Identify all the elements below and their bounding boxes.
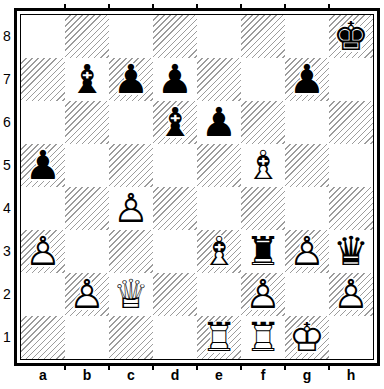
square-b8 [65, 15, 109, 58]
rank-label-6: 6 [0, 101, 14, 144]
rank-label-8: 8 [0, 15, 14, 58]
square-c7: ♟♟ [109, 58, 153, 101]
white-rook: ♜♖ [241, 316, 285, 359]
square-b2: ♟♙ [65, 273, 109, 316]
piece-glyph: ♙ [285, 230, 329, 273]
piece-glyph: ♔ [285, 316, 329, 359]
border-tick-top [196, 4, 198, 8]
piece-glyph: ♛ [329, 230, 373, 273]
square-a8 [21, 15, 65, 58]
white-pawn: ♟♙ [109, 187, 153, 230]
white-bishop: ♝♗ [197, 230, 241, 273]
piece-glyph: ♝ [153, 101, 197, 144]
square-f8 [241, 15, 285, 58]
square-e1: ♜♖ [197, 316, 241, 359]
square-d5 [153, 144, 197, 187]
square-f3: ♜♜ [241, 230, 285, 273]
square-c8 [109, 15, 153, 58]
square-h2: ♟♙ [329, 273, 373, 316]
square-g4 [285, 187, 329, 230]
file-label-f: f [241, 366, 285, 386]
border-tick-top [152, 4, 154, 8]
piece-glyph: ♜ [241, 230, 285, 273]
square-a1 [21, 316, 65, 359]
black-pawn: ♟♟ [153, 58, 197, 101]
black-queen: ♛♛ [329, 230, 373, 273]
white-queen: ♛♕ [109, 273, 153, 316]
border-tick-top [240, 4, 242, 8]
square-d2 [153, 273, 197, 316]
rank-label-5: 5 [0, 144, 14, 187]
board-frame: ♚♚♝♝♟♟♟♟♟♟♝♝♟♟♟♟♝♗♟♙♟♙♝♗♜♜♟♙♛♛♟♙♛♕♟♙♟♙♜♖… [14, 8, 380, 366]
square-c1 [109, 316, 153, 359]
square-b3 [65, 230, 109, 273]
square-e2 [197, 273, 241, 316]
piece-glyph: ♚ [329, 15, 373, 58]
black-pawn: ♟♟ [21, 144, 65, 187]
piece-glyph: ♟ [197, 101, 241, 144]
square-b7: ♝♝ [65, 58, 109, 101]
chess-board: ♚♚♝♝♟♟♟♟♟♟♝♝♟♟♟♟♝♗♟♙♟♙♝♗♜♜♟♙♛♛♟♙♛♕♟♙♟♙♜♖… [21, 15, 373, 359]
white-pawn: ♟♙ [285, 230, 329, 273]
white-pawn: ♟♙ [65, 273, 109, 316]
square-d6: ♝♝ [153, 101, 197, 144]
square-d4 [153, 187, 197, 230]
square-c3 [109, 230, 153, 273]
square-a4 [21, 187, 65, 230]
piece-glyph: ♖ [241, 316, 285, 359]
square-h7 [329, 58, 373, 101]
white-pawn: ♟♙ [21, 230, 65, 273]
piece-glyph: ♟ [109, 58, 153, 101]
white-bishop: ♝♗ [241, 144, 285, 187]
square-a5: ♟♟ [21, 144, 65, 187]
rank-label-3: 3 [0, 230, 14, 273]
white-pawn: ♟♙ [241, 273, 285, 316]
black-pawn: ♟♟ [109, 58, 153, 101]
file-label-e: e [197, 366, 241, 386]
square-b4 [65, 187, 109, 230]
white-king: ♚♔ [285, 316, 329, 359]
square-a6 [21, 101, 65, 144]
square-g7: ♟♟ [285, 58, 329, 101]
chess-diagram: 87654321 ♚♚♝♝♟♟♟♟♟♟♝♝♟♟♟♟♝♗♟♙♟♙♝♗♜♜♟♙♛♛♟… [0, 0, 384, 389]
piece-glyph: ♖ [197, 316, 241, 359]
piece-glyph: ♕ [109, 273, 153, 316]
file-label-c: c [109, 366, 153, 386]
square-e4 [197, 187, 241, 230]
border-tick-top [284, 4, 286, 8]
piece-glyph: ♙ [241, 273, 285, 316]
white-pawn: ♟♙ [329, 273, 373, 316]
square-a7 [21, 58, 65, 101]
rank-label-2: 2 [0, 273, 14, 316]
square-h8: ♚♚ [329, 15, 373, 58]
square-f4 [241, 187, 285, 230]
border-tick-top [108, 4, 110, 8]
black-pawn: ♟♟ [285, 58, 329, 101]
rank-label-7: 7 [0, 58, 14, 101]
border-tick-top [64, 4, 66, 8]
rank-label-4: 4 [0, 187, 14, 230]
white-rook: ♜♖ [197, 316, 241, 359]
square-g5 [285, 144, 329, 187]
square-f1: ♜♖ [241, 316, 285, 359]
square-g3: ♟♙ [285, 230, 329, 273]
square-b6 [65, 101, 109, 144]
black-king: ♚♚ [329, 15, 373, 58]
border-tick-top [328, 4, 330, 8]
square-h6 [329, 101, 373, 144]
square-e8 [197, 15, 241, 58]
square-f2: ♟♙ [241, 273, 285, 316]
file-label-b: b [65, 366, 109, 386]
piece-glyph: ♙ [109, 187, 153, 230]
piece-glyph: ♝ [65, 58, 109, 101]
square-d1 [153, 316, 197, 359]
black-pawn: ♟♟ [197, 101, 241, 144]
file-label-d: d [153, 366, 197, 386]
piece-glyph: ♙ [329, 273, 373, 316]
square-d3 [153, 230, 197, 273]
square-c4: ♟♙ [109, 187, 153, 230]
square-e7 [197, 58, 241, 101]
square-b1 [65, 316, 109, 359]
piece-glyph: ♟ [21, 144, 65, 187]
square-h4 [329, 187, 373, 230]
square-g1: ♚♔ [285, 316, 329, 359]
file-labels: abcdefgh [21, 366, 373, 386]
black-bishop: ♝♝ [65, 58, 109, 101]
square-b5 [65, 144, 109, 187]
square-e5 [197, 144, 241, 187]
board-inner-frame: ♚♚♝♝♟♟♟♟♟♟♝♝♟♟♟♟♝♗♟♙♟♙♝♗♜♜♟♙♛♛♟♙♛♕♟♙♟♙♜♖… [20, 14, 374, 360]
file-label-g: g [285, 366, 329, 386]
piece-glyph: ♗ [241, 144, 285, 187]
square-c2: ♛♕ [109, 273, 153, 316]
square-a2 [21, 273, 65, 316]
square-h1 [329, 316, 373, 359]
square-g6 [285, 101, 329, 144]
square-d7: ♟♟ [153, 58, 197, 101]
square-c5 [109, 144, 153, 187]
square-g8 [285, 15, 329, 58]
square-g2 [285, 273, 329, 316]
square-a3: ♟♙ [21, 230, 65, 273]
black-rook: ♜♜ [241, 230, 285, 273]
piece-glyph: ♟ [153, 58, 197, 101]
square-e3: ♝♗ [197, 230, 241, 273]
piece-glyph: ♙ [21, 230, 65, 273]
rank-label-1: 1 [0, 316, 14, 359]
square-c6 [109, 101, 153, 144]
square-f7 [241, 58, 285, 101]
black-bishop: ♝♝ [153, 101, 197, 144]
square-f6 [241, 101, 285, 144]
piece-glyph: ♙ [65, 273, 109, 316]
file-label-a: a [21, 366, 65, 386]
square-h5 [329, 144, 373, 187]
square-f5: ♝♗ [241, 144, 285, 187]
square-d8 [153, 15, 197, 58]
piece-glyph: ♟ [285, 58, 329, 101]
square-e6: ♟♟ [197, 101, 241, 144]
square-h3: ♛♛ [329, 230, 373, 273]
piece-glyph: ♗ [197, 230, 241, 273]
rank-labels: 87654321 [0, 15, 14, 359]
file-label-h: h [329, 366, 373, 386]
